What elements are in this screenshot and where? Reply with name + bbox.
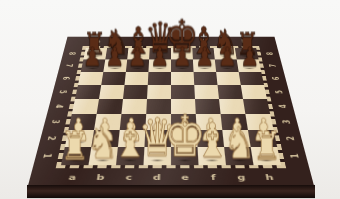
square-d5[interactable] xyxy=(147,85,171,99)
square-a8[interactable] xyxy=(83,48,107,60)
file-label-b: b xyxy=(85,168,115,185)
square-h8[interactable] xyxy=(235,48,259,60)
square-b6[interactable] xyxy=(101,72,126,85)
square-f7[interactable] xyxy=(193,59,216,71)
square-a7[interactable] xyxy=(81,59,106,71)
rank-label-7: 7 xyxy=(57,60,82,70)
file-label-a: a xyxy=(57,168,88,185)
photo-scene: abcdefgh abcdefgh 87654321 87654321 ♜♞♝♛… xyxy=(0,0,340,199)
white-knight[interactable]: ♞ xyxy=(224,122,256,163)
square-b7[interactable] xyxy=(103,59,127,71)
square-f8[interactable] xyxy=(192,48,215,60)
square-c6[interactable] xyxy=(124,72,148,85)
piece-cell: ♚ xyxy=(171,147,199,165)
rank-label-8: 8 xyxy=(258,49,282,59)
white-rook[interactable]: ♜ xyxy=(61,127,90,164)
piece-cell: ♜ xyxy=(251,147,281,165)
file-labels-bottom: abcdefgh xyxy=(57,168,285,185)
rank-label-7: 7 xyxy=(261,60,286,70)
piece-cell: ♞ xyxy=(224,147,253,165)
square-d8[interactable] xyxy=(149,48,171,60)
rank-label-6: 6 xyxy=(263,73,289,84)
square-h7[interactable] xyxy=(237,59,262,71)
square-c8[interactable] xyxy=(127,48,150,60)
file-label-g: g xyxy=(226,168,256,185)
square-g8[interactable] xyxy=(214,48,237,60)
square-h5[interactable] xyxy=(241,85,267,99)
rank-label-5: 5 xyxy=(266,86,292,98)
piece-cell: ♞ xyxy=(88,147,117,165)
white-king[interactable]: ♚ xyxy=(164,109,206,163)
white-knight[interactable]: ♞ xyxy=(86,122,118,163)
file-label-f: f xyxy=(199,168,228,185)
square-c7[interactable] xyxy=(126,59,149,71)
square-g7[interactable] xyxy=(215,59,239,71)
file-label-d: d xyxy=(142,168,171,185)
white-rook[interactable]: ♜ xyxy=(253,127,282,164)
square-g6[interactable] xyxy=(216,72,241,85)
file-label-c: c xyxy=(114,168,143,185)
rank-label-5: 5 xyxy=(49,86,75,98)
square-e5[interactable] xyxy=(171,85,195,99)
square-f5[interactable] xyxy=(194,85,219,99)
file-label-e: e xyxy=(171,168,200,185)
square-b8[interactable] xyxy=(105,48,128,60)
square-d6[interactable] xyxy=(148,72,171,85)
square-e7[interactable] xyxy=(171,59,194,71)
square-f6[interactable] xyxy=(194,72,218,85)
chess-board: abcdefgh abcdefgh 87654321 87654321 ♜♞♝♛… xyxy=(28,37,314,185)
file-label-h: h xyxy=(254,168,285,185)
rank-label-6: 6 xyxy=(53,73,79,84)
rank-label-8: 8 xyxy=(60,49,84,59)
square-d7[interactable] xyxy=(148,59,171,71)
square-e8[interactable] xyxy=(171,48,193,60)
piece-cell: ♝ xyxy=(116,147,144,165)
square-a6[interactable] xyxy=(78,72,103,85)
square-c5[interactable] xyxy=(123,85,148,99)
piece-cell: ♜ xyxy=(61,147,91,165)
square-h6[interactable] xyxy=(239,72,264,85)
square-a5[interactable] xyxy=(75,85,101,99)
square-g5[interactable] xyxy=(218,85,243,99)
square-b5[interactable] xyxy=(99,85,124,99)
square-e6[interactable] xyxy=(171,72,194,85)
board-front-edge xyxy=(27,185,315,198)
